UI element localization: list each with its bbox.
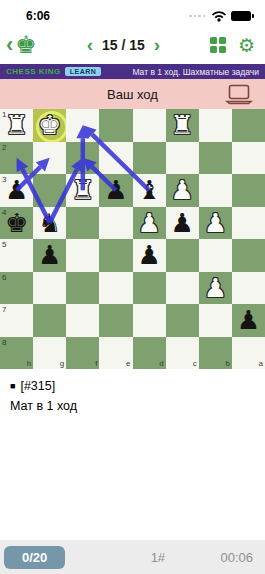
chess-king-logo-icon[interactable]: ♚ [15,33,37,57]
task-title: Мат в 1 ход [10,399,255,413]
square-a3[interactable] [232,174,265,207]
square-e7[interactable] [99,304,132,337]
rank-label: 2 [2,143,6,152]
white-pawn-b6[interactable]: ♟ [199,272,232,305]
settings-gear-button[interactable]: ⚙ [238,36,255,55]
square-a1[interactable] [232,109,265,142]
square-f1[interactable] [66,109,99,142]
square-d4[interactable]: ♟ [133,207,166,240]
square-h7[interactable]: 7 [0,304,33,337]
square-a8[interactable]: a [232,337,265,370]
next-task-button[interactable]: › [154,35,160,55]
square-e5[interactable] [99,239,132,272]
white-pawn-d4[interactable]: ♟ [133,207,166,240]
square-f3[interactable]: ♜ [66,174,99,207]
square-d5[interactable]: ♟ [133,239,166,272]
square-f7[interactable] [66,304,99,337]
rank-label: 8 [2,338,6,347]
bottom-toolbar: 0/20 1# 00:06 [0,540,265,574]
chess-board: 1♜♚♜23♟♜♟♝♟4♚♞♟♟♟5♟♟6♟7♟8hgfedcba [0,109,265,369]
rank-label: 6 [2,273,6,282]
white-rook-f3[interactable]: ♜ [66,174,99,207]
square-b5[interactable] [199,239,232,272]
square-a4[interactable] [232,207,265,240]
black-pawn-g5[interactable]: ♟ [33,239,66,272]
square-g2[interactable] [33,142,66,175]
square-e3[interactable]: ♟ [99,174,132,207]
square-g8[interactable]: g [33,337,66,370]
black-pawn-c4[interactable]: ♟ [166,207,199,240]
black-king-h4[interactable]: ♚ [0,207,33,240]
square-h3[interactable]: 3♟ [0,174,33,207]
square-h6[interactable]: 6 [0,272,33,305]
square-f4[interactable] [66,207,99,240]
square-f8[interactable]: f [66,337,99,370]
square-c4[interactable]: ♟ [166,207,199,240]
black-square-marker: ■ [10,382,15,391]
computer-icon [225,84,253,105]
square-g3[interactable] [33,174,66,207]
square-c1[interactable]: ♜ [166,109,199,142]
square-f6[interactable] [66,272,99,305]
square-b1[interactable] [199,109,232,142]
square-e4[interactable] [99,207,132,240]
square-b7[interactable] [199,304,232,337]
white-pawn-c3[interactable]: ♟ [166,174,199,207]
white-pawn-b4[interactable]: ♟ [199,207,232,240]
wifi-icon [211,10,227,22]
clock: 6:06 [26,9,50,23]
rank-label: 5 [2,240,6,249]
square-c8[interactable]: c [166,337,199,370]
square-g4[interactable]: ♞ [33,207,66,240]
square-f2[interactable] [66,142,99,175]
square-e1[interactable] [99,109,132,142]
square-a2[interactable] [232,142,265,175]
square-b3[interactable] [199,174,232,207]
navigation-bar: ‹ ♚ ‹ 15 / 15 › ⚙ [0,28,265,64]
square-e6[interactable] [99,272,132,305]
app-banner: CHESS KING LEARN Мат в 1 ход. Шахматные … [0,64,265,79]
file-label: g [60,359,64,368]
black-bishop-d3[interactable]: ♝ [133,174,166,207]
square-h1[interactable]: 1♜ [0,109,33,142]
square-b6[interactable]: ♟ [199,272,232,305]
square-c6[interactable] [166,272,199,305]
back-chevron-icon[interactable]: ‹ [6,35,13,55]
file-label: h [27,359,31,368]
white-king-g1[interactable]: ♚ [33,109,66,142]
task-caption: ■ [#315] Мат в 1 ход [0,369,265,413]
square-h2[interactable]: 2 [0,142,33,175]
square-d8[interactable]: d [133,337,166,370]
square-f5[interactable] [66,239,99,272]
square-g5[interactable]: ♟ [33,239,66,272]
timer: 00:06 [220,550,253,565]
black-pawn-a7[interactable]: ♟ [232,304,265,337]
square-h8[interactable]: 8h [0,337,33,370]
square-c5[interactable] [166,239,199,272]
square-h5[interactable]: 5 [0,239,33,272]
square-a5[interactable] [232,239,265,272]
score-badge[interactable]: 0/20 [4,546,65,569]
brand-text: CHESS KING [6,67,61,76]
learn-badge: LEARN [65,67,102,76]
course-title: Мат в 1 ход. Шахматные задачи [132,67,259,77]
square-d3[interactable]: ♝ [133,174,166,207]
empty-area [0,413,265,540]
square-g6[interactable] [33,272,66,305]
square-g1[interactable]: ♚ [33,109,66,142]
square-c2[interactable] [166,142,199,175]
file-label: e [126,359,130,368]
white-rook-h1[interactable]: ♜ [0,109,33,142]
prev-task-button[interactable]: ‹ [87,35,93,55]
black-pawn-h3[interactable]: ♟ [0,174,33,207]
file-label: c [193,359,197,368]
turn-text: Ваш ход [107,87,158,102]
square-b2[interactable] [199,142,232,175]
file-label: f [95,359,97,368]
black-pawn-e3[interactable]: ♟ [99,174,132,207]
square-a7[interactable]: ♟ [232,304,265,337]
file-label: b [225,359,229,368]
task-id: [#315] [20,379,55,393]
square-d1[interactable] [133,109,166,142]
task-counter: 15 / 15 [102,37,145,53]
file-label: a [259,359,263,368]
square-h4[interactable]: 4♚ [0,207,33,240]
square-c7[interactable] [166,304,199,337]
black-knight-g4[interactable]: ♞ [33,207,66,240]
rank-label: 7 [2,305,6,314]
square-d6[interactable] [133,272,166,305]
square-b4[interactable]: ♟ [199,207,232,240]
square-e8[interactable]: e [99,337,132,370]
square-d2[interactable] [133,142,166,175]
task-grid-button[interactable] [210,37,226,53]
square-a6[interactable] [232,272,265,305]
white-rook-c1[interactable]: ♜ [166,109,199,142]
square-g7[interactable] [33,304,66,337]
square-d7[interactable] [133,304,166,337]
black-pawn-d5[interactable]: ♟ [133,239,166,272]
turn-bar: Ваш ход [0,79,265,109]
square-e2[interactable] [99,142,132,175]
cellular-signal-icon [189,15,205,18]
file-label: d [159,359,163,368]
mode-indicator: 1# [151,550,165,565]
board-grid: 1♜♚♜23♟♜♟♝♟4♚♞♟♟♟5♟♟6♟7♟8hgfedcba [0,109,265,369]
battery-icon [231,11,251,21]
square-b8[interactable]: b [199,337,232,370]
status-bar: 6:06 [0,0,265,28]
square-c3[interactable]: ♟ [166,174,199,207]
